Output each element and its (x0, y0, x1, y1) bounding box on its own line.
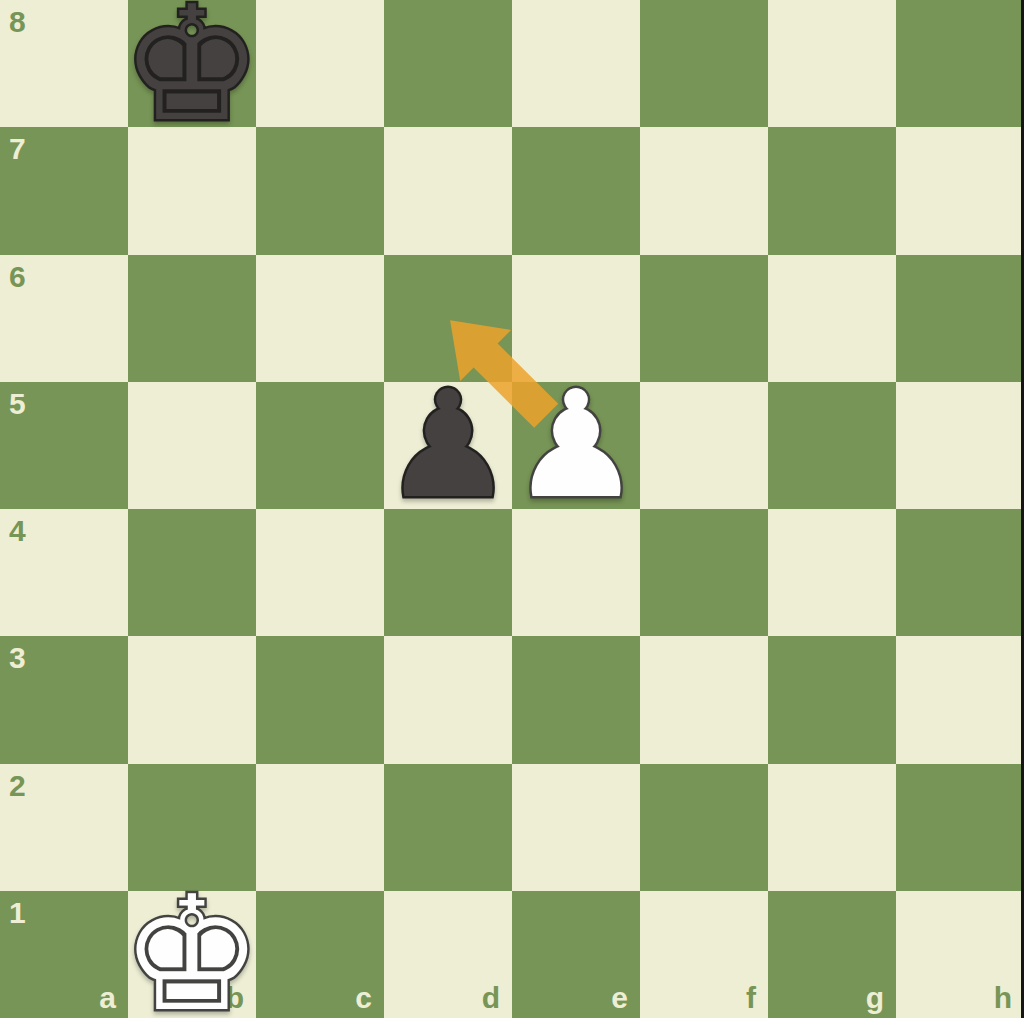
square-e1[interactable]: e (512, 891, 640, 1018)
rank-label-7: 7 (9, 134, 26, 164)
square-g6[interactable] (768, 255, 896, 382)
file-label-f: f (746, 983, 756, 1013)
square-h1[interactable]: h (896, 891, 1024, 1018)
square-d8[interactable] (384, 0, 512, 127)
square-d1[interactable]: d (384, 891, 512, 1018)
square-g2[interactable] (768, 764, 896, 891)
black-pawn[interactable]: ♟ (384, 382, 512, 509)
square-a8[interactable]: 8 (0, 0, 128, 127)
square-e5[interactable]: ♟ (512, 382, 640, 509)
file-label-c: c (355, 983, 372, 1013)
black-king[interactable]: ♚ (128, 0, 256, 127)
square-h7[interactable] (896, 127, 1024, 254)
rank-label-5: 5 (9, 389, 26, 419)
square-f5[interactable] (640, 382, 768, 509)
chess-board: 8♚765♟♟4321ab♚cdefgh (0, 0, 1024, 1018)
square-c4[interactable] (256, 509, 384, 636)
square-h2[interactable] (896, 764, 1024, 891)
square-b3[interactable] (128, 636, 256, 763)
chessboard-screen: 8♚765♟♟4321ab♚cdefgh (0, 0, 1024, 1018)
square-a5[interactable]: 5 (0, 382, 128, 509)
square-c5[interactable] (256, 382, 384, 509)
file-label-g: g (866, 983, 884, 1013)
square-a4[interactable]: 4 (0, 509, 128, 636)
square-a1[interactable]: 1a (0, 891, 128, 1018)
square-d5[interactable]: ♟ (384, 382, 512, 509)
square-f8[interactable] (640, 0, 768, 127)
white-pawn[interactable]: ♟ (512, 382, 640, 509)
square-c3[interactable] (256, 636, 384, 763)
square-g4[interactable] (768, 509, 896, 636)
square-b4[interactable] (128, 509, 256, 636)
square-a6[interactable]: 6 (0, 255, 128, 382)
square-a3[interactable]: 3 (0, 636, 128, 763)
square-h5[interactable] (896, 382, 1024, 509)
rank-label-6: 6 (9, 262, 26, 292)
square-g5[interactable] (768, 382, 896, 509)
square-f3[interactable] (640, 636, 768, 763)
square-c8[interactable] (256, 0, 384, 127)
square-e3[interactable] (512, 636, 640, 763)
square-c7[interactable] (256, 127, 384, 254)
file-label-h: h (994, 983, 1012, 1013)
square-e8[interactable] (512, 0, 640, 127)
square-a2[interactable]: 2 (0, 764, 128, 891)
square-g3[interactable] (768, 636, 896, 763)
rank-label-3: 3 (9, 643, 26, 673)
square-g7[interactable] (768, 127, 896, 254)
file-label-a: a (99, 983, 116, 1013)
square-h8[interactable] (896, 0, 1024, 127)
square-d7[interactable] (384, 127, 512, 254)
white-king[interactable]: ♚ (128, 891, 256, 1018)
square-c2[interactable] (256, 764, 384, 891)
square-f1[interactable]: f (640, 891, 768, 1018)
file-label-e: e (611, 983, 628, 1013)
square-h3[interactable] (896, 636, 1024, 763)
square-f7[interactable] (640, 127, 768, 254)
square-g1[interactable]: g (768, 891, 896, 1018)
square-d2[interactable] (384, 764, 512, 891)
square-g8[interactable] (768, 0, 896, 127)
square-d3[interactable] (384, 636, 512, 763)
square-a7[interactable]: 7 (0, 127, 128, 254)
square-f4[interactable] (640, 509, 768, 636)
rank-label-4: 4 (9, 516, 26, 546)
rank-label-2: 2 (9, 771, 26, 801)
square-e2[interactable] (512, 764, 640, 891)
file-label-d: d (482, 983, 500, 1013)
square-c1[interactable]: c (256, 891, 384, 1018)
square-b1[interactable]: b♚ (128, 891, 256, 1018)
rank-label-1: 1 (9, 898, 26, 928)
square-h4[interactable] (896, 509, 1024, 636)
square-b8[interactable]: ♚ (128, 0, 256, 127)
square-b6[interactable] (128, 255, 256, 382)
rank-label-8: 8 (9, 7, 26, 37)
square-f2[interactable] (640, 764, 768, 891)
square-h6[interactable] (896, 255, 1024, 382)
square-c6[interactable] (256, 255, 384, 382)
square-b5[interactable] (128, 382, 256, 509)
square-e7[interactable] (512, 127, 640, 254)
square-f6[interactable] (640, 255, 768, 382)
